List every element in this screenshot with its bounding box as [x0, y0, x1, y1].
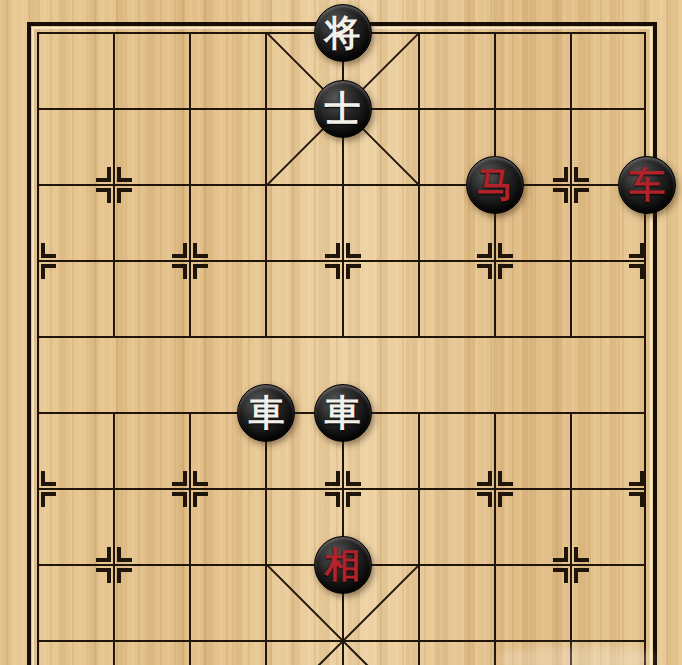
point-marker-bracket — [117, 547, 132, 562]
black-chariot-right[interactable]: 車 — [314, 384, 372, 442]
point-marker-bracket — [325, 264, 340, 279]
point-marker-bracket — [117, 188, 132, 203]
red-chariot[interactable]: 车 — [618, 156, 676, 214]
piece-glyph: 車 — [325, 395, 361, 431]
point-marker-bracket — [477, 243, 492, 258]
point-marker-bracket — [553, 568, 568, 583]
piece-glyph: 士 — [325, 91, 361, 127]
point-marker-bracket — [193, 243, 208, 258]
point-marker-bracket — [41, 492, 56, 507]
board-cell — [418, 640, 494, 665]
board-cell — [189, 640, 265, 665]
black-advisor[interactable]: 士 — [314, 80, 372, 138]
piece-glyph: 車 — [248, 395, 284, 431]
point-marker-bracket — [477, 471, 492, 486]
point-marker-bracket — [346, 243, 361, 258]
board-cell — [37, 32, 113, 108]
point-marker-bracket — [574, 188, 589, 203]
board-cell — [113, 640, 189, 665]
piece-glyph: 相 — [325, 547, 361, 583]
point-marker-bracket — [553, 167, 568, 182]
point-marker-bracket — [498, 492, 513, 507]
point-marker-bracket — [574, 167, 589, 182]
point-marker-bracket — [346, 492, 361, 507]
point-marker-bracket — [172, 243, 187, 258]
board-cell — [494, 32, 570, 108]
xiangqi-board: 将士马车車車相 — [0, 0, 682, 665]
watermark-smudge — [498, 646, 656, 665]
river-cell — [418, 336, 494, 412]
point-marker-bracket — [346, 264, 361, 279]
point-marker-bracket — [477, 264, 492, 279]
point-marker-bracket — [346, 471, 361, 486]
piece-glyph: 车 — [629, 167, 665, 203]
point-marker-bracket — [117, 167, 132, 182]
board-cell — [189, 564, 265, 640]
river-cell — [494, 336, 570, 412]
point-marker-bracket — [629, 264, 644, 279]
point-marker-bracket — [477, 492, 492, 507]
point-marker-bracket — [629, 492, 644, 507]
point-marker-bracket — [629, 471, 644, 486]
point-marker-bracket — [553, 547, 568, 562]
point-marker-bracket — [325, 243, 340, 258]
point-marker-bracket — [325, 471, 340, 486]
board-cell — [113, 32, 189, 108]
board-cell — [570, 32, 646, 108]
point-marker-bracket — [117, 568, 132, 583]
point-marker-bracket — [193, 264, 208, 279]
black-chariot-left[interactable]: 車 — [237, 384, 295, 442]
point-marker-bracket — [172, 264, 187, 279]
point-marker-bracket — [96, 547, 111, 562]
point-marker-bracket — [498, 264, 513, 279]
board-cell — [37, 640, 113, 665]
point-marker-bracket — [498, 471, 513, 486]
river-cell — [113, 336, 189, 412]
red-elephant[interactable]: 相 — [314, 536, 372, 594]
board-cell — [418, 32, 494, 108]
point-marker-bracket — [574, 568, 589, 583]
point-marker-bracket — [498, 243, 513, 258]
red-horse[interactable]: 马 — [466, 156, 524, 214]
point-marker-bracket — [553, 188, 568, 203]
point-marker-bracket — [325, 492, 340, 507]
point-marker-bracket — [41, 264, 56, 279]
point-marker-bracket — [41, 471, 56, 486]
black-general[interactable]: 将 — [314, 4, 372, 62]
point-marker-bracket — [193, 471, 208, 486]
point-marker-bracket — [629, 243, 644, 258]
board-cell — [418, 564, 494, 640]
board-cell — [189, 32, 265, 108]
point-marker-bracket — [96, 167, 111, 182]
point-marker-bracket — [172, 492, 187, 507]
piece-glyph: 将 — [325, 15, 361, 51]
point-marker-bracket — [172, 471, 187, 486]
point-marker-bracket — [193, 492, 208, 507]
point-marker-bracket — [96, 188, 111, 203]
point-marker-bracket — [41, 243, 56, 258]
point-marker-bracket — [96, 568, 111, 583]
point-marker-bracket — [574, 547, 589, 562]
river-cell — [37, 336, 113, 412]
board-cell — [189, 108, 265, 184]
river-cell — [570, 336, 646, 412]
piece-glyph: 马 — [477, 167, 513, 203]
